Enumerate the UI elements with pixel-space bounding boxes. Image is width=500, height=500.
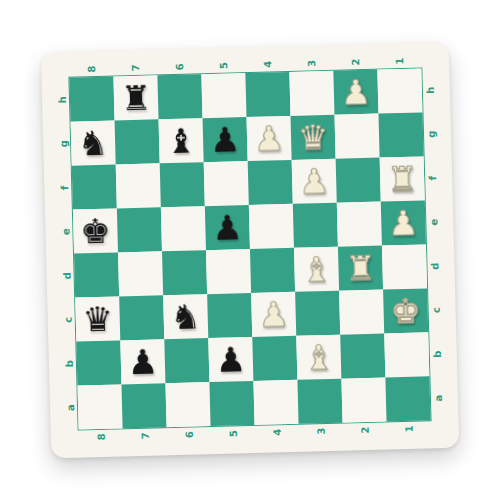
square-d5 — [206, 249, 251, 294]
square-g3: ♛ — [291, 115, 336, 160]
square-d2: ♜ — [338, 246, 383, 291]
white-pawn: ♟ — [299, 164, 330, 199]
square-g4: ♟ — [247, 116, 292, 161]
chess-mat: 87654321 hgfedcba ♜♟♞♝♟♟♛♟♜♚♟♟♝♜♛♞♟♚♟♟♝ … — [41, 42, 459, 459]
square-c4: ♟ — [251, 292, 296, 337]
file-label-a: a — [416, 390, 460, 407]
square-h3 — [289, 71, 334, 116]
square-h7: ♜ — [113, 75, 158, 120]
square-e8: ♚ — [73, 208, 118, 253]
white-rook: ♜ — [345, 251, 376, 286]
rank-label-3: 3 — [312, 409, 329, 453]
square-e3 — [293, 203, 338, 248]
file-label-e: e — [411, 214, 455, 231]
file-label-c: c — [413, 302, 457, 319]
square-c8: ♛ — [75, 296, 120, 341]
square-c6: ♞ — [163, 294, 208, 339]
black-bishop: ♝ — [165, 123, 196, 158]
rank-label-5: 5 — [224, 411, 241, 455]
rank-label-2: 2 — [356, 408, 373, 452]
square-g8: ♞ — [71, 121, 116, 166]
white-bishop: ♝ — [301, 252, 332, 287]
product-photo: 87654321 hgfedcba ♜♟♞♝♟♟♛♟♜♚♟♟♝♜♛♞♟♚♟♟♝ … — [0, 0, 500, 500]
black-pawn: ♟ — [212, 210, 243, 245]
rank-label-4: 4 — [268, 410, 285, 454]
square-d4 — [250, 248, 295, 293]
file-label-g: g — [409, 126, 453, 143]
square-b6 — [164, 338, 209, 383]
square-b3: ♝ — [296, 335, 341, 380]
square-f5 — [204, 161, 249, 206]
black-king: ♚ — [80, 214, 111, 249]
black-pawn: ♟ — [127, 344, 158, 379]
square-g2 — [334, 114, 379, 159]
square-h2: ♟ — [333, 70, 378, 115]
square-f8 — [72, 164, 117, 209]
square-b2 — [340, 334, 385, 379]
black-queen: ♛ — [82, 302, 113, 337]
square-b7: ♟ — [120, 339, 165, 384]
square-f3: ♟ — [292, 159, 337, 204]
square-e4 — [249, 204, 294, 249]
square-e5: ♟ — [205, 205, 250, 250]
square-h5 — [201, 73, 246, 118]
square-f2 — [336, 158, 381, 203]
square-c5 — [207, 293, 252, 338]
chess-board-grid: ♜♟♞♝♟♟♛♟♜♚♟♟♝♜♛♞♟♚♟♟♝ — [68, 67, 431, 430]
square-f4 — [248, 160, 293, 205]
black-knight: ♞ — [170, 299, 201, 334]
square-d7 — [118, 251, 163, 296]
white-pawn: ♟ — [340, 75, 371, 110]
white-bishop: ♝ — [303, 340, 334, 375]
square-b5: ♟ — [208, 337, 253, 382]
square-h8 — [69, 77, 114, 122]
mat-frame: 87654321 hgfedcba ♜♟♞♝♟♟♛♟♜♚♟♟♝♜♛♞♟♚♟♟♝ … — [53, 52, 447, 446]
square-e7 — [117, 207, 162, 252]
black-pawn: ♟ — [209, 122, 240, 157]
square-g5: ♟ — [203, 117, 248, 162]
rank-label-7: 7 — [136, 414, 153, 458]
square-f6 — [160, 162, 205, 207]
black-rook: ♜ — [120, 81, 151, 116]
square-d6 — [162, 250, 207, 295]
white-pawn: ♟ — [258, 297, 289, 332]
file-label-d: d — [412, 258, 456, 275]
file-label-h: h — [408, 82, 452, 99]
square-g7 — [115, 119, 160, 164]
white-pawn: ♟ — [253, 121, 284, 156]
square-b4 — [252, 336, 297, 381]
rank-label-1: 1 — [400, 407, 417, 451]
black-knight: ♞ — [77, 126, 108, 161]
file-label-f: f — [410, 170, 454, 187]
square-d8 — [74, 252, 119, 297]
square-f7 — [116, 163, 161, 208]
black-pawn: ♟ — [215, 342, 246, 377]
square-b8 — [76, 340, 121, 385]
square-c3 — [295, 291, 340, 336]
square-c7 — [119, 295, 164, 340]
square-g6: ♝ — [159, 118, 204, 163]
square-d3: ♝ — [294, 247, 339, 292]
square-c2 — [339, 290, 384, 335]
square-h6 — [157, 74, 202, 119]
rank-label-8: 8 — [92, 415, 109, 459]
square-e2 — [337, 202, 382, 247]
white-queen: ♛ — [297, 120, 328, 155]
rank-label-6: 6 — [180, 412, 197, 456]
square-h4 — [245, 72, 290, 117]
square-e6 — [161, 206, 206, 251]
file-label-b: b — [415, 346, 459, 363]
